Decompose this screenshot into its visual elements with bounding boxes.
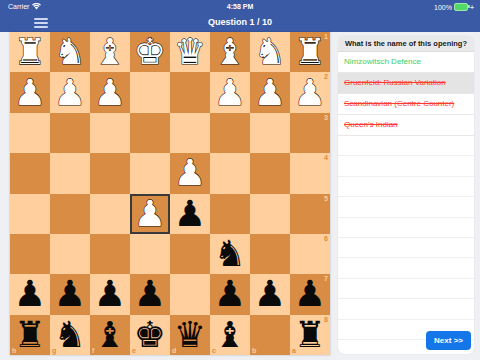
piece-bN-c6: ♞ [214, 234, 246, 274]
square-a3[interactable]: 3 [290, 113, 330, 153]
square-h1[interactable]: ♜ [10, 32, 50, 72]
square-c7[interactable]: ♟ [210, 274, 250, 314]
charging-indicator: + [470, 4, 474, 11]
piece-wN-b1: ♞ [254, 32, 286, 72]
next-button[interactable]: Next >> [426, 331, 471, 350]
clock: 4:58 PM [0, 3, 480, 10]
piece-bB-c8: ♝ [214, 315, 246, 355]
piece-wR-a1: ♜ [294, 32, 326, 72]
piece-wP-e5: ♟ [134, 194, 166, 234]
piece-wN-g1: ♞ [54, 32, 86, 72]
square-c2[interactable]: ♟ [210, 72, 250, 112]
battery-percent: 100% [434, 4, 452, 11]
piece-wB-f1: ♝ [94, 32, 126, 72]
square-f5[interactable] [90, 194, 130, 234]
square-d2[interactable] [170, 72, 210, 112]
piece-bP-a7: ♟ [294, 274, 326, 314]
rank-label-4: 4 [324, 154, 328, 161]
square-g3[interactable] [50, 113, 90, 153]
empty-row [338, 299, 474, 319]
piece-wK-e1: ♚ [134, 32, 166, 72]
status-bar: Carrier 4:58 PM 100% + [0, 0, 480, 14]
empty-row [338, 279, 474, 299]
file-label-b: b [252, 347, 256, 354]
piece-wP-g2: ♟ [54, 73, 86, 113]
square-g8[interactable]: ♞g [50, 315, 90, 355]
piece-wQ-d1: ♛ [174, 32, 206, 72]
square-b1[interactable]: ♞ [250, 32, 290, 72]
square-d6[interactable] [170, 234, 210, 274]
square-h7[interactable]: ♟ [10, 274, 50, 314]
piece-bB-f8: ♝ [94, 315, 126, 355]
square-c5[interactable] [210, 194, 250, 234]
file-label-f: f [92, 347, 94, 354]
piece-bP-b7: ♟ [254, 274, 286, 314]
answer-option-2[interactable]: Gruenfeld: Russian Variation [338, 73, 474, 94]
square-d4[interactable]: ♟ [170, 153, 210, 193]
square-f1[interactable]: ♝ [90, 32, 130, 72]
nav-bar: Question 1 / 10 [0, 14, 480, 32]
piece-bQ-d8: ♛ [174, 315, 206, 355]
square-e3[interactable] [130, 113, 170, 153]
chess-board: ♜♞♝♚♛♝♞♜1♟♟♟♟♟♟23♟4♟♟5♞6♟♟♟♟♟♟♟7♜h♞g♝f♚e… [10, 32, 330, 355]
square-h3[interactable] [10, 113, 50, 153]
file-label-g: g [52, 347, 56, 354]
square-a2[interactable]: ♟2 [290, 72, 330, 112]
square-b8[interactable]: b [250, 315, 290, 355]
piece-bN-g8: ♞ [54, 315, 86, 355]
square-f6[interactable] [90, 234, 130, 274]
square-h8[interactable]: ♜h [10, 315, 50, 355]
square-g7[interactable]: ♟ [50, 274, 90, 314]
square-g5[interactable] [50, 194, 90, 234]
rank-label-1: 1 [324, 33, 328, 40]
square-e4[interactable] [130, 153, 170, 193]
empty-row [338, 177, 474, 197]
square-e6[interactable] [130, 234, 170, 274]
square-a7[interactable]: ♟7 [290, 274, 330, 314]
square-b5[interactable] [250, 194, 290, 234]
rank-label-8: 8 [324, 316, 328, 323]
piece-wP-a2: ♟ [294, 73, 326, 113]
square-f4[interactable] [90, 153, 130, 193]
square-a5[interactable]: 5 [290, 194, 330, 234]
square-h6[interactable] [10, 234, 50, 274]
piece-bP-c7: ♟ [214, 274, 246, 314]
file-label-d: d [172, 347, 176, 354]
square-g6[interactable] [50, 234, 90, 274]
piece-wP-c2: ♟ [214, 73, 246, 113]
file-label-a: a [292, 347, 296, 354]
square-h5[interactable] [10, 194, 50, 234]
square-e2[interactable] [130, 72, 170, 112]
rank-label-3: 3 [324, 114, 328, 121]
empty-row [338, 258, 474, 278]
square-e5[interactable]: ♟ [130, 194, 170, 234]
square-f3[interactable] [90, 113, 130, 153]
square-f2[interactable]: ♟ [90, 72, 130, 112]
square-f8[interactable]: ♝f [90, 315, 130, 355]
piece-bP-h7: ♟ [14, 274, 46, 314]
square-d3[interactable] [170, 113, 210, 153]
piece-wP-f2: ♟ [94, 73, 126, 113]
answer-option-1[interactable]: Nimzowitsch Defence [338, 52, 474, 73]
square-g2[interactable]: ♟ [50, 72, 90, 112]
square-c1[interactable]: ♝ [210, 32, 250, 72]
file-label-h: h [12, 347, 16, 354]
square-d5[interactable]: ♟ [170, 194, 210, 234]
question-text: What is the name of this opening? [338, 36, 474, 52]
page-title: Question 1 / 10 [0, 17, 480, 27]
square-b6[interactable] [250, 234, 290, 274]
rank-label-6: 6 [324, 235, 328, 242]
square-h4[interactable] [10, 153, 50, 193]
top-bar: Carrier 4:58 PM 100% + Question 1 / 10 [0, 0, 480, 32]
square-b4[interactable] [250, 153, 290, 193]
answer-list: Nimzowitsch DefenceGruenfeld: Russian Va… [338, 52, 474, 354]
file-label-e: e [132, 347, 136, 354]
square-d7[interactable] [170, 274, 210, 314]
empty-row [338, 136, 474, 156]
rank-label-2: 2 [324, 73, 328, 80]
square-c3[interactable] [210, 113, 250, 153]
piece-bR-a8: ♜ [294, 315, 326, 355]
square-c8[interactable]: ♝c [210, 315, 250, 355]
square-g4[interactable] [50, 153, 90, 193]
piece-wP-h2: ♟ [14, 73, 46, 113]
square-c6[interactable]: ♞ [210, 234, 250, 274]
rank-label-5: 5 [324, 195, 328, 202]
square-e7[interactable]: ♟ [130, 274, 170, 314]
square-f7[interactable]: ♟ [90, 274, 130, 314]
piece-bK-e8: ♚ [134, 315, 166, 355]
piece-bP-f7: ♟ [94, 274, 126, 314]
square-g1[interactable]: ♞ [50, 32, 90, 72]
file-label-c: c [212, 347, 216, 354]
square-b2[interactable]: ♟ [250, 72, 290, 112]
piece-bR-h8: ♜ [14, 315, 46, 355]
square-d1[interactable]: ♛ [170, 32, 210, 72]
empty-row [338, 238, 474, 258]
square-h2[interactable]: ♟ [10, 72, 50, 112]
empty-row [338, 156, 474, 176]
empty-row [338, 197, 474, 217]
square-b3[interactable] [250, 113, 290, 153]
square-c4[interactable] [210, 153, 250, 193]
square-a8[interactable]: ♜8a [290, 315, 330, 355]
square-a4[interactable]: 4 [290, 153, 330, 193]
piece-bP-g7: ♟ [54, 274, 86, 314]
answer-option-3[interactable]: Scandinavian (Centre Counter) [338, 94, 474, 115]
square-d8[interactable]: ♛d [170, 315, 210, 355]
quiz-card: What is the name of this opening? Nimzow… [338, 36, 474, 354]
rank-label-7: 7 [324, 275, 328, 282]
piece-bP-d5: ♟ [174, 194, 206, 234]
answer-option-4[interactable]: Queen's Indian [338, 115, 474, 136]
piece-wB-c1: ♝ [214, 32, 246, 72]
battery-icon [454, 3, 468, 11]
square-b7[interactable]: ♟ [250, 274, 290, 314]
piece-wP-d4: ♟ [174, 153, 206, 193]
square-e8[interactable]: ♚e [130, 315, 170, 355]
empty-row [338, 218, 474, 238]
square-e1[interactable]: ♚ [130, 32, 170, 72]
square-a6[interactable]: 6 [290, 234, 330, 274]
square-a1[interactable]: ♜1 [290, 32, 330, 72]
piece-bP-e7: ♟ [134, 274, 166, 314]
piece-wR-h1: ♜ [14, 32, 46, 72]
piece-wP-b2: ♟ [254, 73, 286, 113]
